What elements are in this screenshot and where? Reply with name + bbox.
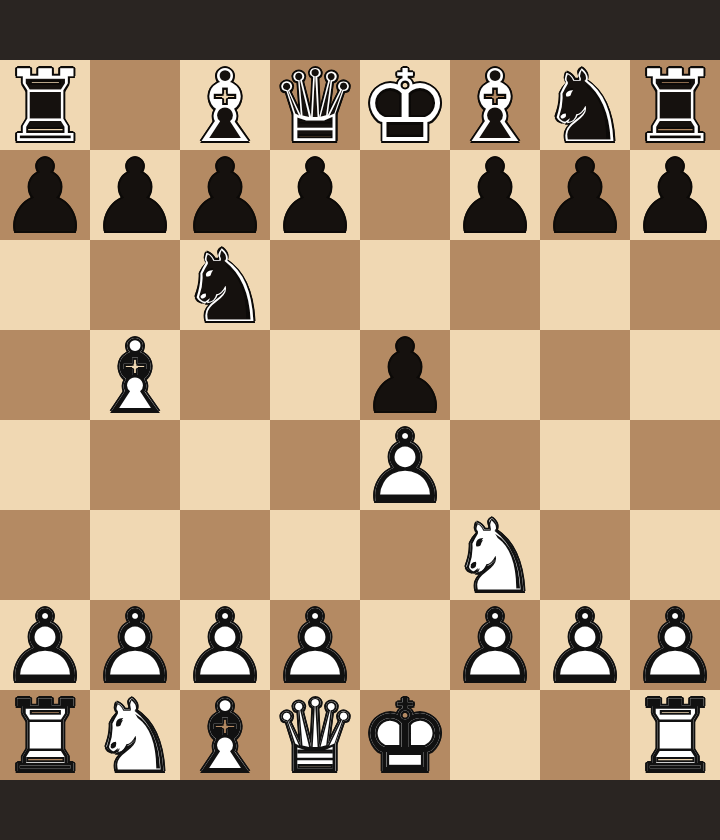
square-f4[interactable]: [450, 420, 540, 510]
square-e6[interactable]: [360, 240, 450, 330]
piece-outline-glyph: ♗: [90, 332, 180, 422]
square-c3[interactable]: [180, 510, 270, 600]
square-h8[interactable]: ♜♖: [630, 60, 720, 150]
square-g3[interactable]: [540, 510, 630, 600]
black-pawn[interactable]: ♟♙: [630, 150, 720, 240]
square-a7[interactable]: ♟♙: [0, 150, 90, 240]
square-g4[interactable]: [540, 420, 630, 510]
piece-fill-glyph: ♟: [0, 152, 90, 242]
square-h7[interactable]: ♟♙: [630, 150, 720, 240]
white-pawn[interactable]: ♟♙: [540, 600, 630, 690]
white-pawn[interactable]: ♟♙: [450, 600, 540, 690]
square-b3[interactable]: [90, 510, 180, 600]
black-queen[interactable]: ♛♕: [270, 60, 360, 150]
black-pawn[interactable]: ♟♙: [0, 150, 90, 240]
white-pawn[interactable]: ♟♙: [360, 420, 450, 510]
black-pawn[interactable]: ♟♙: [450, 150, 540, 240]
piece-outline-glyph: ♙: [540, 602, 630, 692]
square-c7[interactable]: ♟♙: [180, 150, 270, 240]
square-f3[interactable]: ♞♘: [450, 510, 540, 600]
black-bishop[interactable]: ♝♗: [450, 60, 540, 150]
piece-outline-glyph: ♘: [90, 692, 180, 782]
square-h6[interactable]: [630, 240, 720, 330]
square-f1[interactable]: [450, 690, 540, 780]
white-pawn[interactable]: ♟♙: [180, 600, 270, 690]
piece-outline-glyph: ♕: [270, 692, 360, 782]
piece-outline-glyph: ♔: [360, 62, 450, 152]
black-king[interactable]: ♚♔: [360, 60, 450, 150]
square-a3[interactable]: [0, 510, 90, 600]
square-h2[interactable]: ♟♙: [630, 600, 720, 690]
square-a6[interactable]: [0, 240, 90, 330]
square-d7[interactable]: ♟♙: [270, 150, 360, 240]
square-e1[interactable]: ♚♔: [360, 690, 450, 780]
square-g2[interactable]: ♟♙: [540, 600, 630, 690]
square-g7[interactable]: ♟♙: [540, 150, 630, 240]
white-pawn[interactable]: ♟♙: [90, 600, 180, 690]
piece-fill-glyph: ♟: [540, 152, 630, 242]
piece-outline-glyph: ♙: [360, 422, 450, 512]
square-h1[interactable]: ♜♖: [630, 690, 720, 780]
square-e8[interactable]: ♚♔: [360, 60, 450, 150]
black-pawn[interactable]: ♟♙: [540, 150, 630, 240]
square-f5[interactable]: [450, 330, 540, 420]
piece-outline-glyph: ♖: [0, 692, 90, 782]
square-b8[interactable]: [90, 60, 180, 150]
black-pawn[interactable]: ♟♙: [360, 330, 450, 420]
piece-fill-glyph: ♟: [450, 152, 540, 242]
white-queen[interactable]: ♛♕: [270, 690, 360, 780]
square-c8[interactable]: ♝♗: [180, 60, 270, 150]
piece-outline-glyph: ♘: [180, 242, 270, 332]
square-d3[interactable]: [270, 510, 360, 600]
board-frame: ♜♖♝♗♛♕♚♔♝♗♞♘♜♖♟♙♟♙♟♙♟♙♟♙♟♙♟♙♞♘♝♗♟♙♟♙♞♘♟♙…: [0, 0, 720, 840]
piece-fill-glyph: ♟: [270, 152, 360, 242]
piece-fill-glyph: ♟: [630, 152, 720, 242]
square-g8[interactable]: ♞♘: [540, 60, 630, 150]
black-pawn[interactable]: ♟♙: [180, 150, 270, 240]
square-g6[interactable]: [540, 240, 630, 330]
square-c6[interactable]: ♞♘: [180, 240, 270, 330]
black-knight[interactable]: ♞♘: [540, 60, 630, 150]
square-d1[interactable]: ♛♕: [270, 690, 360, 780]
white-rook[interactable]: ♜♖: [0, 690, 90, 780]
square-b6[interactable]: [90, 240, 180, 330]
piece-outline-glyph: ♗: [180, 692, 270, 782]
black-pawn[interactable]: ♟♙: [90, 150, 180, 240]
square-f6[interactable]: [450, 240, 540, 330]
square-c5[interactable]: [180, 330, 270, 420]
square-a5[interactable]: [0, 330, 90, 420]
square-h5[interactable]: [630, 330, 720, 420]
square-f2[interactable]: ♟♙: [450, 600, 540, 690]
square-a2[interactable]: ♟♙: [0, 600, 90, 690]
black-rook[interactable]: ♜♖: [630, 60, 720, 150]
piece-outline-glyph: ♔: [360, 692, 450, 782]
white-knight[interactable]: ♞♘: [450, 510, 540, 600]
square-a8[interactable]: ♜♖: [0, 60, 90, 150]
square-d4[interactable]: [270, 420, 360, 510]
square-c2[interactable]: ♟♙: [180, 600, 270, 690]
square-b5[interactable]: ♝♗: [90, 330, 180, 420]
white-king[interactable]: ♚♔: [360, 690, 450, 780]
square-d2[interactable]: ♟♙: [270, 600, 360, 690]
white-pawn[interactable]: ♟♙: [270, 600, 360, 690]
square-e2[interactable]: [360, 600, 450, 690]
square-d6[interactable]: [270, 240, 360, 330]
white-bishop[interactable]: ♝♗: [180, 690, 270, 780]
piece-outline-glyph: ♙: [450, 602, 540, 692]
square-e3[interactable]: [360, 510, 450, 600]
chess-board: ♜♖♝♗♛♕♚♔♝♗♞♘♜♖♟♙♟♙♟♙♟♙♟♙♟♙♟♙♞♘♝♗♟♙♟♙♞♘♟♙…: [0, 60, 720, 780]
black-rook[interactable]: ♜♖: [0, 60, 90, 150]
square-b1[interactable]: ♞♘: [90, 690, 180, 780]
square-b2[interactable]: ♟♙: [90, 600, 180, 690]
black-pawn[interactable]: ♟♙: [270, 150, 360, 240]
piece-fill-glyph: ♟: [90, 152, 180, 242]
square-d5[interactable]: [270, 330, 360, 420]
black-knight[interactable]: ♞♘: [180, 240, 270, 330]
piece-outline-glyph: ♖: [630, 692, 720, 782]
black-bishop[interactable]: ♝♗: [180, 60, 270, 150]
square-b4[interactable]: [90, 420, 180, 510]
square-f7[interactable]: ♟♙: [450, 150, 540, 240]
square-a1[interactable]: ♜♖: [0, 690, 90, 780]
white-pawn[interactable]: ♟♙: [0, 600, 90, 690]
square-a4[interactable]: [0, 420, 90, 510]
square-h4[interactable]: [630, 420, 720, 510]
square-g5[interactable]: [540, 330, 630, 420]
square-e4[interactable]: ♟♙: [360, 420, 450, 510]
square-h3[interactable]: [630, 510, 720, 600]
square-b7[interactable]: ♟♙: [90, 150, 180, 240]
square-f8[interactable]: ♝♗: [450, 60, 540, 150]
white-pawn[interactable]: ♟♙: [630, 600, 720, 690]
square-d8[interactable]: ♛♕: [270, 60, 360, 150]
square-e7[interactable]: [360, 150, 450, 240]
square-e5[interactable]: ♟♙: [360, 330, 450, 420]
square-g1[interactable]: [540, 690, 630, 780]
square-c4[interactable]: [180, 420, 270, 510]
white-rook[interactable]: ♜♖: [630, 690, 720, 780]
white-knight[interactable]: ♞♘: [90, 690, 180, 780]
white-bishop[interactable]: ♝♗: [90, 330, 180, 420]
square-c1[interactable]: ♝♗: [180, 690, 270, 780]
